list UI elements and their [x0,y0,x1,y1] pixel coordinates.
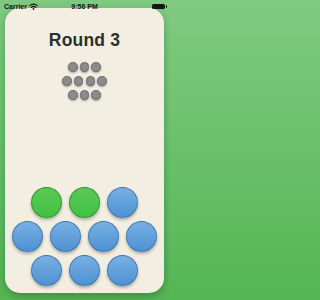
answer-circle-blue[interactable] [12,221,43,252]
carrier-label: Carrier [4,3,27,10]
target-dot-row [68,62,101,72]
target-dot-gray [80,62,90,72]
answer-circle-blue[interactable] [107,187,138,218]
target-dot-gray [91,62,101,72]
wifi-icon [29,3,38,10]
target-dot-row [68,90,101,100]
target-dot-gray [68,62,78,72]
answer-circle-blue[interactable] [69,255,100,286]
answer-circle-blue[interactable] [50,221,81,252]
answer-circle-board [5,187,164,286]
round-title: Round 3 [5,30,164,51]
target-dot-gray [97,76,107,86]
answer-circle-green[interactable] [31,187,62,218]
target-dot-gray [62,76,72,86]
target-dot-gray [68,90,78,100]
target-dot-gray [80,90,90,100]
carrier-group: Carrier [4,2,38,10]
answer-circle-blue[interactable] [88,221,119,252]
answer-circle-row [31,187,137,218]
game-card: Round 3 [5,8,164,293]
answer-circle-green[interactable] [69,187,100,218]
answer-circle-blue[interactable] [31,255,62,286]
target-dot-row [62,76,107,86]
target-dot-cluster [5,62,164,100]
status-bar: Carrier 9:56 PM [0,0,169,12]
battery-icon [152,4,165,10]
answer-circle-blue[interactable] [126,221,157,252]
answer-circle-row [31,255,137,286]
target-dot-gray [86,76,96,86]
answer-circle-blue[interactable] [107,255,138,286]
target-dot-gray [74,76,84,86]
target-dot-gray [91,90,101,100]
answer-circle-row [12,221,156,252]
